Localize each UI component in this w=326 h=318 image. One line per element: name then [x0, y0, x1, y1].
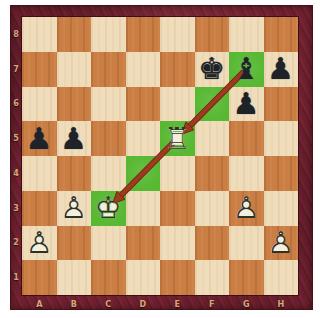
square-f1[interactable]: [195, 260, 230, 295]
white-king-outline: ♔: [91, 191, 126, 226]
square-d8[interactable]: [126, 17, 161, 52]
piece-white-pawn-b3[interactable]: ♟♙: [57, 191, 92, 226]
square-h1[interactable]: [264, 260, 299, 295]
square-d4[interactable]: [126, 156, 161, 191]
square-f2[interactable]: [195, 226, 230, 261]
file-label-f: F: [195, 296, 230, 313]
square-a8[interactable]: [22, 17, 57, 52]
rank-label-4: 4: [10, 156, 22, 191]
square-d3[interactable]: [126, 191, 161, 226]
square-a6[interactable]: [22, 87, 57, 122]
square-e2[interactable]: [160, 226, 195, 261]
square-a7[interactable]: [22, 52, 57, 87]
square-b1[interactable]: [57, 260, 92, 295]
square-b2[interactable]: [57, 226, 92, 261]
black-bishop-glyph: ♝: [229, 52, 264, 87]
square-b4[interactable]: [57, 156, 92, 191]
black-pawn-glyph: ♟: [229, 87, 264, 122]
square-b6[interactable]: [57, 87, 92, 122]
square-e1[interactable]: [160, 260, 195, 295]
piece-white-pawn-h2[interactable]: ♟♙: [264, 226, 299, 261]
square-h3[interactable]: [264, 191, 299, 226]
square-c8[interactable]: [91, 17, 126, 52]
piece-white-pawn-g3[interactable]: ♟♙: [229, 191, 264, 226]
rank-label-3: 3: [10, 191, 22, 226]
square-a4[interactable]: [22, 156, 57, 191]
rank-label-7: 7: [10, 52, 22, 87]
black-pawn-glyph: ♟: [57, 121, 92, 156]
piece-black-pawn-g6[interactable]: ♟: [229, 87, 264, 122]
square-g2[interactable]: [229, 226, 264, 261]
black-pawn-glyph: ♟: [264, 52, 299, 87]
rank-label-8: 8: [10, 17, 22, 52]
square-c4[interactable]: [91, 156, 126, 191]
file-labels: ABCDEFGH: [22, 296, 298, 313]
file-label-h: H: [264, 296, 299, 313]
square-f4[interactable]: [195, 156, 230, 191]
square-f6[interactable]: [195, 87, 230, 122]
rank-label-6: 6: [10, 87, 22, 122]
square-e8[interactable]: [160, 17, 195, 52]
square-c2[interactable]: [91, 226, 126, 261]
square-d2[interactable]: [126, 226, 161, 261]
square-a3[interactable]: [22, 191, 57, 226]
piece-black-pawn-b5[interactable]: ♟: [57, 121, 92, 156]
white-pawn-outline: ♙: [229, 191, 264, 226]
file-label-a: A: [22, 296, 57, 313]
square-g4[interactable]: [229, 156, 264, 191]
piece-black-pawn-h7[interactable]: ♟: [264, 52, 299, 87]
file-label-c: C: [91, 296, 126, 313]
square-h6[interactable]: [264, 87, 299, 122]
square-c7[interactable]: [91, 52, 126, 87]
white-rook-outline: ♖: [160, 121, 195, 156]
square-e6[interactable]: [160, 87, 195, 122]
square-d1[interactable]: [126, 260, 161, 295]
file-label-e: E: [160, 296, 195, 313]
rank-label-2: 2: [10, 226, 22, 261]
file-label-b: B: [57, 296, 92, 313]
square-f5[interactable]: [195, 121, 230, 156]
rank-label-5: 5: [10, 121, 22, 156]
square-g8[interactable]: [229, 17, 264, 52]
piece-white-rook-e5[interactable]: ♜♖: [160, 121, 195, 156]
rank-labels: 87654321: [10, 17, 22, 295]
square-f8[interactable]: [195, 17, 230, 52]
piece-white-pawn-a2[interactable]: ♟♙: [22, 226, 57, 261]
square-h4[interactable]: [264, 156, 299, 191]
square-a1[interactable]: [22, 260, 57, 295]
rank-label-1: 1: [10, 260, 22, 295]
square-b7[interactable]: [57, 52, 92, 87]
white-pawn-outline: ♙: [264, 226, 299, 261]
piece-black-king-f7[interactable]: ♚: [195, 52, 230, 87]
square-e7[interactable]: [160, 52, 195, 87]
square-g5[interactable]: [229, 121, 264, 156]
square-c5[interactable]: [91, 121, 126, 156]
chess-board-frame: 87654321 ♚♝♟♟♟♟♜♖♚♔♟♙♟♙♟♙♟♙ ABCDEFGH: [10, 5, 313, 310]
file-label-d: D: [126, 296, 161, 313]
square-d6[interactable]: [126, 87, 161, 122]
square-e4[interactable]: [160, 156, 195, 191]
piece-white-king-c3[interactable]: ♚♔: [91, 191, 126, 226]
square-b8[interactable]: [57, 17, 92, 52]
square-e3[interactable]: [160, 191, 195, 226]
square-h8[interactable]: [264, 17, 299, 52]
square-d5[interactable]: [126, 121, 161, 156]
file-label-g: G: [229, 296, 264, 313]
square-c1[interactable]: [91, 260, 126, 295]
square-c6[interactable]: [91, 87, 126, 122]
piece-black-pawn-a5[interactable]: ♟: [22, 121, 57, 156]
white-pawn-outline: ♙: [22, 226, 57, 261]
square-f3[interactable]: [195, 191, 230, 226]
black-king-glyph: ♚: [195, 52, 230, 87]
white-pawn-outline: ♙: [57, 191, 92, 226]
black-pawn-glyph: ♟: [22, 121, 57, 156]
square-d7[interactable]: [126, 52, 161, 87]
square-g1[interactable]: [229, 260, 264, 295]
square-h5[interactable]: [264, 121, 299, 156]
piece-black-bishop-g7[interactable]: ♝: [229, 52, 264, 87]
